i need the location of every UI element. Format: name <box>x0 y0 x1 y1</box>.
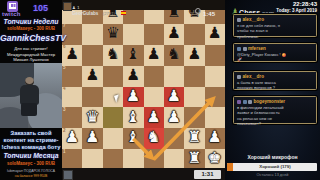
square-g5[interactable] <box>184 66 204 87</box>
square-d7[interactable] <box>123 24 143 45</box>
viewer-count: 105 <box>33 3 48 13</box>
top-player-flag-icon <box>121 11 126 14</box>
piece-wb-d3: ♝ <box>126 110 140 126</box>
square-a2[interactable]: 2♟ <box>62 128 82 149</box>
square-g1[interactable]: ♜ <box>184 149 204 170</box>
square-d1[interactable] <box>123 149 143 170</box>
promo-line: Заказать свой <box>0 130 62 136</box>
square-a1[interactable]: 1 <box>62 149 82 170</box>
square-e6[interactable]: ♟ <box>144 45 164 66</box>
piece-wq-b3: ♛ <box>86 110 100 126</box>
chat-badge-icon <box>243 47 247 51</box>
piece-bp-a6: ♟ <box>65 47 79 63</box>
square-b1[interactable] <box>82 149 102 170</box>
chat-text: проблемах. <box>237 34 313 39</box>
square-g6[interactable]: ♟ <box>184 45 204 66</box>
rank-label-1: 1 <box>63 150 66 155</box>
piece-bp-f7: ♟ <box>167 26 181 42</box>
rank-label-5: 5 <box>63 66 66 71</box>
square-c6[interactable]: ♞ <box>103 45 123 66</box>
piece-bp-b5: ♟ <box>86 68 100 84</box>
square-g7[interactable] <box>184 24 204 45</box>
square-b7[interactable] <box>82 24 102 45</box>
chat-text: 🚀 <box>237 57 313 62</box>
chat-username[interactable]: alex__dro <box>243 74 264 79</box>
chat-message[interactable]: mfersen @Dirty_Player Космос ! 🚀 <box>233 43 317 62</box>
chat-badge-icon <box>237 47 241 51</box>
chat-badge-icon <box>248 100 252 104</box>
square-e7[interactable] <box>144 24 164 45</box>
sidebar-footer-line: lubimayarr ПОДАРОК ГОЛОСА <box>0 169 62 173</box>
month-donor: soloMaxeyc - 300 RUB <box>0 161 62 166</box>
square-h3[interactable] <box>205 107 225 128</box>
piece-wn-e2: ♞ <box>147 130 161 146</box>
square-h7[interactable]: ♟ <box>205 24 225 45</box>
chat-text: @Dirty_Player Космос ! <box>237 52 281 57</box>
square-d2[interactable]: ♝ <box>123 128 143 149</box>
square-c1[interactable] <box>103 149 123 170</box>
top-player-avatar <box>63 2 72 11</box>
rank-label-4: 4 <box>63 87 66 92</box>
twitch-wordmark: twitch <box>2 11 21 17</box>
square-e4[interactable] <box>144 87 164 108</box>
piece-wp-b2: ♟ <box>86 130 100 146</box>
tagline-line: Международный Мастер <box>0 52 62 57</box>
channel-name: GannikChessTV <box>0 33 62 43</box>
square-b4[interactable] <box>82 87 102 108</box>
poll-footer: Осталось 13 дней <box>225 173 320 177</box>
piece-bp-e6: ♟ <box>147 47 161 63</box>
square-g3[interactable] <box>184 107 204 128</box>
top-player-bar: GeorGulabs (2791) ♟ 1 1:45 <box>62 0 225 10</box>
chat-badge-icon <box>237 18 241 22</box>
chat-username[interactable]: mfersen <box>248 46 266 51</box>
piece-bp-g6: ♟ <box>187 47 201 63</box>
captured-pieces: ♟ 1 <box>72 5 80 10</box>
poll-title: Хороший микрофон <box>225 154 320 160</box>
webcam-view <box>0 63 62 128</box>
square-b3[interactable]: ♛ <box>82 107 102 128</box>
chat-badge-icon <box>243 100 247 104</box>
piece-wr-g2: ♜ <box>187 130 201 146</box>
chat-username[interactable]: bogeymonster <box>254 99 286 104</box>
rank-label-6: 6 <box>63 45 66 50</box>
sidebar-footer-line: на балансе 999 RUB <box>0 174 62 178</box>
top-player-clock: 1:45 <box>203 11 215 17</box>
piece-bn-f6: ♞ <box>167 47 181 63</box>
square-b2[interactable]: ♟ <box>82 128 102 149</box>
square-c3[interactable] <box>103 107 123 128</box>
chat-message[interactable]: alex__dro а была в чате масса похожих во… <box>233 71 317 90</box>
piece-wp-d4: ♟ <box>126 89 140 105</box>
piece-wb-d2: ♝ <box>126 130 140 146</box>
promo-line: контент на стриме- <box>0 137 62 143</box>
bottom-player-avatar <box>63 170 73 180</box>
square-a3[interactable]: 3 <box>62 107 82 128</box>
square-e5[interactable] <box>144 66 164 87</box>
square-h6[interactable] <box>205 45 225 66</box>
square-c7[interactable]: ♛ <box>103 24 123 45</box>
square-d5[interactable]: ♟ <box>123 66 143 87</box>
square-c4[interactable] <box>103 87 123 108</box>
stream-sidebar: twitch 105 Топчики Недели soloMaxeyc - 3… <box>0 0 62 180</box>
square-f6[interactable]: ♞ <box>164 45 184 66</box>
piece-bq-c7: ♛ <box>106 26 120 42</box>
square-d6[interactable]: ♝ <box>123 45 143 66</box>
piece-bb-d6: ♝ <box>126 47 140 63</box>
square-h2[interactable]: ♟ <box>205 128 225 149</box>
square-b5[interactable]: ♟ <box>82 66 102 87</box>
week-donor: soloMaxeyc - 300 RUB <box>0 26 62 31</box>
chat-badge-icon <box>237 75 241 79</box>
square-f3[interactable]: ♟ <box>164 107 184 128</box>
square-h1[interactable]: ♚ <box>205 149 225 170</box>
piece-bn-c6: ♞ <box>106 47 120 63</box>
rank-label-2: 2 <box>63 129 66 134</box>
square-f1[interactable] <box>164 149 184 170</box>
square-f4[interactable]: ♟ <box>164 87 184 108</box>
bottom-player-clock: 1:31 <box>194 170 221 179</box>
rank-label-3: 3 <box>63 108 66 113</box>
poll-option-label: Хороший (179) <box>233 163 317 171</box>
chat-message[interactable]: alex__dro я не для себя лично, я чтобы т… <box>233 14 317 37</box>
stream-screen: twitch 105 Топчики Недели soloMaxeyc - 3… <box>0 0 320 180</box>
square-d3[interactable]: ♝ <box>123 107 143 128</box>
square-c5[interactable] <box>103 66 123 87</box>
piece-wk-h1: ♚ <box>208 151 222 167</box>
poll-bar[interactable]: Хороший (179) <box>227 163 317 171</box>
chat-message[interactable]: bogeymonster в финляндии легальный захва… <box>233 96 317 124</box>
chat-text: показывает? <box>237 121 313 126</box>
square-e1[interactable] <box>144 149 164 170</box>
piece-wp-e3: ♟ <box>147 110 161 126</box>
streamer-body <box>20 85 39 105</box>
chat-text: похожих вопросов ? <box>237 85 313 90</box>
square-e2[interactable]: ♞ <box>144 128 164 149</box>
streamer-legs <box>21 103 37 116</box>
piece-wp-h2: ♟ <box>208 130 222 146</box>
square-a4[interactable]: 4 <box>62 87 82 108</box>
top-donators-month-title: Топчики Месяца <box>0 152 62 159</box>
piece-wp-f4: ♟ <box>167 89 181 105</box>
top-donators-week-title: Топчики Недели <box>0 18 62 25</box>
square-f5[interactable] <box>164 66 184 87</box>
stream-time: 22:28:43 <box>293 1 317 7</box>
tagline-line: Михаил Лушенков <box>0 57 62 62</box>
top-player-name: GeorGulabs <box>72 11 98 16</box>
piece-bp-h7: ♟ <box>208 26 222 42</box>
square-f7[interactable]: ♟ <box>164 24 184 45</box>
square-h5[interactable] <box>205 66 225 87</box>
piece-bp-d5: ♟ <box>126 68 140 84</box>
piece-wp-f3: ♟ <box>167 110 181 126</box>
chat-panel: ♟Chess.com 22:28:43 Today: 3 April 2019 … <box>225 0 320 180</box>
promo-line: !chess команда боту <box>0 144 62 150</box>
square-c2[interactable] <box>103 128 123 149</box>
square-a5[interactable]: 5 <box>62 66 82 87</box>
stream-date: Today: 3 April 2019 <box>276 8 317 13</box>
square-a6[interactable]: 6♟ <box>62 45 82 66</box>
square-b6[interactable] <box>82 45 102 66</box>
square-f2[interactable] <box>164 128 184 149</box>
clock-icon <box>195 8 201 14</box>
bottom-player-bar: IMmikhaillushenkov (2679) 1:31 <box>62 168 225 180</box>
chat-username[interactable]: alex__dro <box>243 17 264 22</box>
emoji-icon <box>282 53 286 57</box>
square-h4[interactable] <box>205 87 225 108</box>
square-e3[interactable]: ♟ <box>144 107 164 128</box>
square-g4[interactable] <box>184 87 204 108</box>
square-d4[interactable]: ♟ <box>123 87 143 108</box>
piece-wr-g1: ♜ <box>187 151 201 167</box>
piece-wp-a2: ♟ <box>65 130 79 146</box>
tagline-line: Для вас стримит! <box>0 46 62 51</box>
square-g2[interactable]: ♜ <box>184 128 204 149</box>
rank-label-7: 7 <box>63 24 66 29</box>
chess-board[interactable]: 8♜♜♚7♛♟♟6♟♞♝♟♞♟5♟♟4♟♟3♛♝♟♟2♟♟♝♞♜♟1♜♚ <box>62 3 225 170</box>
top-player-rating: (2791) <box>103 11 115 16</box>
chat-badge-icon <box>237 100 241 104</box>
